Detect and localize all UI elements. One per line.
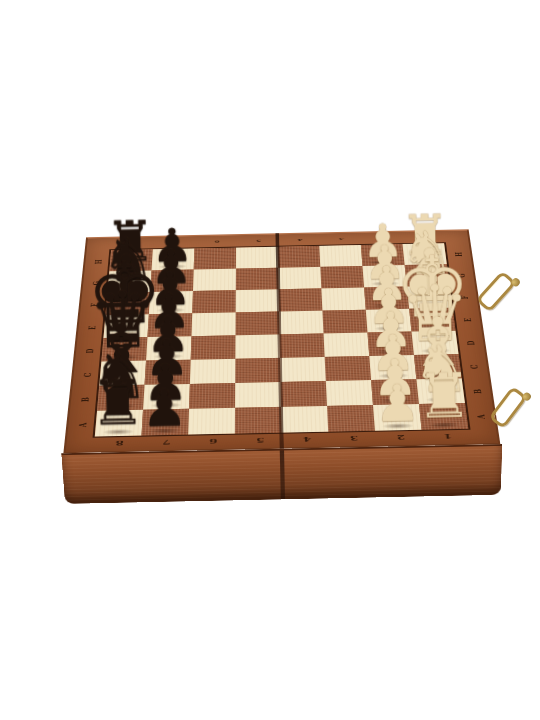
square-f3 bbox=[321, 288, 365, 311]
rank-label-near-4: 4 bbox=[284, 432, 331, 447]
rank-label-near-1: 1 bbox=[424, 429, 473, 444]
square-a6 bbox=[188, 408, 235, 435]
square-a3 bbox=[327, 405, 375, 432]
square-c3 bbox=[325, 356, 371, 381]
rank-label-near-7: 7 bbox=[143, 434, 191, 449]
file-label-right-h: H bbox=[436, 248, 480, 260]
square-f6 bbox=[192, 290, 236, 313]
rank-label-far-3: 3 bbox=[321, 233, 363, 245]
square-e3 bbox=[322, 310, 367, 334]
square-h6 bbox=[194, 248, 236, 270]
square-e4 bbox=[279, 311, 323, 335]
square-g5 bbox=[236, 268, 279, 290]
square-c5 bbox=[235, 358, 280, 383]
square-f5 bbox=[236, 289, 279, 312]
rank-label-near-8: 8 bbox=[96, 435, 144, 450]
square-a2: ♟ bbox=[373, 404, 422, 431]
rank-label-near-3: 3 bbox=[330, 431, 378, 446]
fold-seam-front bbox=[280, 450, 285, 499]
square-b5 bbox=[235, 382, 281, 408]
rank-label-near-5: 5 bbox=[237, 433, 284, 448]
square-d3 bbox=[323, 332, 369, 356]
board-frame: 87654321 87654321 HGFEDCBA HGFEDCBA ♜♟♟♜… bbox=[63, 229, 500, 453]
rank-label-near-2: 2 bbox=[377, 430, 425, 445]
square-h4 bbox=[278, 246, 321, 268]
rank-label-far-5: 5 bbox=[238, 235, 280, 247]
square-d6 bbox=[191, 335, 236, 359]
square-a8: ♜ bbox=[95, 410, 143, 437]
square-b3 bbox=[326, 380, 373, 406]
square-g6 bbox=[193, 269, 236, 291]
square-c4 bbox=[280, 357, 326, 382]
rank-label-far-4: 4 bbox=[279, 234, 321, 246]
file-label-left-h: H bbox=[76, 256, 119, 268]
rank-label-far-6: 6 bbox=[196, 236, 238, 248]
square-g4 bbox=[278, 267, 321, 289]
square-a4 bbox=[281, 406, 328, 433]
square-h5 bbox=[236, 247, 278, 269]
black-pawn-a7: ♟ bbox=[141, 381, 188, 433]
chess-set-photo: 87654321 87654321 HGFEDCBA HGFEDCBA ♜♟♟♜… bbox=[0, 0, 540, 720]
chess-board: 87654321 87654321 HGFEDCBA HGFEDCBA ♜♟♟♜… bbox=[63, 229, 500, 453]
square-d4 bbox=[279, 333, 324, 357]
square-e5 bbox=[235, 311, 279, 335]
square-b4 bbox=[280, 381, 327, 407]
square-h3 bbox=[319, 245, 362, 267]
rank-label-near-6: 6 bbox=[190, 434, 237, 449]
black-rook-a8: ♜ bbox=[89, 372, 145, 435]
white-rook-a1: ♜ bbox=[416, 365, 472, 428]
white-pawn-a2: ♟ bbox=[374, 376, 421, 428]
square-a1: ♜ bbox=[419, 403, 468, 430]
square-f4 bbox=[279, 288, 323, 311]
square-a7: ♟ bbox=[141, 409, 189, 436]
square-b6 bbox=[189, 383, 235, 409]
board-front-face bbox=[61, 444, 502, 504]
perspective-scene: 87654321 87654321 HGFEDCBA HGFEDCBA ♜♟♟♜… bbox=[45, 111, 515, 581]
square-e6 bbox=[191, 312, 235, 336]
photo-tilt-wrapper: 87654321 87654321 HGFEDCBA HGFEDCBA ♜♟♟♜… bbox=[0, 0, 540, 720]
square-c6 bbox=[190, 359, 235, 384]
square-g3 bbox=[320, 266, 364, 288]
square-a5 bbox=[235, 407, 282, 434]
square-d5 bbox=[235, 334, 280, 358]
